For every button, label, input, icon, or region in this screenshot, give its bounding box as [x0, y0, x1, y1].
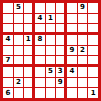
cell-r3c7[interactable]: [67, 24, 77, 34]
cell-r7c8[interactable]: [78, 67, 88, 77]
cell-r7c6[interactable]: 3: [56, 67, 66, 77]
cell-r2c5[interactable]: 1: [46, 14, 56, 24]
cell-r3c6[interactable]: [56, 24, 66, 34]
cell-r8c5[interactable]: [46, 78, 56, 88]
cell-r4c1[interactable]: 4: [3, 35, 13, 45]
cell-r4c4[interactable]: 8: [35, 35, 45, 45]
cell-r2c6[interactable]: [56, 14, 66, 24]
cell-r1c2[interactable]: 5: [14, 3, 24, 13]
cell-r1c9[interactable]: [88, 3, 98, 13]
cell-r6c7[interactable]: [67, 56, 77, 66]
cell-r2c4[interactable]: 4: [35, 14, 45, 24]
cell-r2c8[interactable]: [78, 14, 88, 24]
cell-r7c9[interactable]: [88, 67, 98, 77]
cell-r5c5[interactable]: [46, 46, 56, 56]
cell-r6c6[interactable]: [56, 56, 66, 66]
cell-r7c3[interactable]: [24, 67, 34, 77]
cell-r8c1[interactable]: [3, 78, 13, 88]
cell-r9c7[interactable]: [67, 88, 77, 98]
cell-r8c6[interactable]: 9: [56, 78, 66, 88]
cell-r1c3[interactable]: [24, 3, 34, 13]
cell-r9c2[interactable]: [14, 88, 24, 98]
cell-r7c2[interactable]: [14, 67, 24, 77]
cell-r8c9[interactable]: [88, 78, 98, 88]
cell-r9c6[interactable]: [56, 88, 66, 98]
cell-r1c4[interactable]: [35, 3, 45, 13]
sudoku-board: 59414189275342961: [0, 0, 101, 101]
cell-r3c8[interactable]: [78, 24, 88, 34]
cell-r6c1[interactable]: 7: [3, 56, 13, 66]
cell-r7c7[interactable]: 4: [67, 67, 77, 77]
cell-r5c4[interactable]: [35, 46, 45, 56]
cell-r6c8[interactable]: [78, 56, 88, 66]
cell-r1c6[interactable]: [56, 3, 66, 13]
cell-r5c2[interactable]: [14, 46, 24, 56]
sudoku-puzzle: 59414189275342961: [0, 0, 101, 101]
cell-r6c5[interactable]: [46, 56, 56, 66]
cell-r4c8[interactable]: [78, 35, 88, 45]
cell-r9c8[interactable]: [78, 88, 88, 98]
cell-r4c5[interactable]: [46, 35, 56, 45]
cell-r8c7[interactable]: [67, 78, 77, 88]
cell-r9c3[interactable]: [24, 88, 34, 98]
cell-r6c3[interactable]: [24, 56, 34, 66]
cell-r9c4[interactable]: [35, 88, 45, 98]
cell-r8c8[interactable]: [78, 78, 88, 88]
cell-r1c7[interactable]: [67, 3, 77, 13]
cell-r5c8[interactable]: 2: [78, 46, 88, 56]
cell-r2c2[interactable]: [14, 14, 24, 24]
cell-r1c5[interactable]: [46, 3, 56, 13]
cell-r3c4[interactable]: [35, 24, 45, 34]
cell-r5c1[interactable]: [3, 46, 13, 56]
cell-r2c1[interactable]: [3, 14, 13, 24]
cell-r3c5[interactable]: [46, 24, 56, 34]
cell-r6c2[interactable]: [14, 56, 24, 66]
cell-r5c9[interactable]: [88, 46, 98, 56]
cell-r9c5[interactable]: [46, 88, 56, 98]
cell-r4c9[interactable]: [88, 35, 98, 45]
cell-r4c3[interactable]: 1: [24, 35, 34, 45]
cell-r4c2[interactable]: [14, 35, 24, 45]
cell-r4c7[interactable]: [67, 35, 77, 45]
cell-r8c2[interactable]: 2: [14, 78, 24, 88]
cell-r1c1[interactable]: [3, 3, 13, 13]
cell-r6c9[interactable]: [88, 56, 98, 66]
cell-r3c3[interactable]: [24, 24, 34, 34]
cell-r7c4[interactable]: [35, 67, 45, 77]
cell-r7c5[interactable]: 5: [46, 67, 56, 77]
cell-r2c7[interactable]: [67, 14, 77, 24]
cell-r6c4[interactable]: [35, 56, 45, 66]
cell-r2c3[interactable]: [24, 14, 34, 24]
cell-r4c6[interactable]: [56, 35, 66, 45]
cell-r5c3[interactable]: [24, 46, 34, 56]
cell-r5c7[interactable]: 9: [67, 46, 77, 56]
cell-r8c3[interactable]: [24, 78, 34, 88]
cell-r7c1[interactable]: [3, 67, 13, 77]
cell-r3c9[interactable]: [88, 24, 98, 34]
cell-r5c6[interactable]: [56, 46, 66, 56]
cell-r1c8[interactable]: 9: [78, 3, 88, 13]
cell-r9c9[interactable]: 1: [88, 88, 98, 98]
cell-r2c9[interactable]: [88, 14, 98, 24]
cell-r3c2[interactable]: [14, 24, 24, 34]
cell-r9c1[interactable]: 6: [3, 88, 13, 98]
cell-r8c4[interactable]: [35, 78, 45, 88]
cell-r3c1[interactable]: [3, 24, 13, 34]
